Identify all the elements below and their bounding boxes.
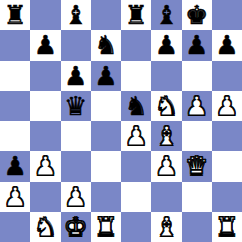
square-e4[interactable]: ♟: [121, 121, 151, 151]
square-b1[interactable]: ♞: [30, 212, 60, 242]
square-h4[interactable]: [212, 121, 242, 151]
white-knight[interactable]: ♞: [155, 91, 178, 121]
square-g4[interactable]: [182, 121, 212, 151]
square-g2[interactable]: [182, 182, 212, 212]
square-a5[interactable]: [0, 91, 30, 121]
white-pawn[interactable]: ♟: [185, 91, 208, 121]
white-bishop[interactable]: ♝: [155, 212, 178, 242]
square-d6[interactable]: ♟: [91, 61, 121, 91]
square-e6[interactable]: [121, 61, 151, 91]
square-g5[interactable]: ♟: [182, 91, 212, 121]
square-b7[interactable]: ♟: [30, 30, 60, 60]
square-e7[interactable]: [121, 30, 151, 60]
square-d3[interactable]: [91, 151, 121, 181]
square-d5[interactable]: [91, 91, 121, 121]
black-pawn[interactable]: ♟: [34, 30, 57, 60]
chess-board: ♜♝♜♝♚♟♞♟♟♟♟♟♛♞♞♟♟♟♝♟♟♟♛♟♟♞♚♜♝♜: [0, 0, 242, 242]
white-pawn[interactable]: ♟: [155, 151, 178, 181]
square-d7[interactable]: ♞: [91, 30, 121, 60]
square-h7[interactable]: ♟: [212, 30, 242, 60]
white-knight[interactable]: ♞: [34, 212, 57, 242]
black-pawn[interactable]: ♟: [185, 30, 208, 60]
black-queen[interactable]: ♛: [64, 91, 87, 121]
square-d2[interactable]: [91, 182, 121, 212]
square-e8[interactable]: ♜: [121, 0, 151, 30]
square-e5[interactable]: ♞: [121, 91, 151, 121]
square-f1[interactable]: ♝: [151, 212, 181, 242]
square-a2[interactable]: ♟: [0, 182, 30, 212]
square-g6[interactable]: [182, 61, 212, 91]
square-f2[interactable]: [151, 182, 181, 212]
square-a3[interactable]: ♟: [0, 151, 30, 181]
square-d4[interactable]: [91, 121, 121, 151]
black-rook[interactable]: ♜: [124, 0, 147, 30]
white-pawn[interactable]: ♟: [34, 151, 57, 181]
square-h3[interactable]: [212, 151, 242, 181]
square-d1[interactable]: ♜: [91, 212, 121, 242]
square-h5[interactable]: ♟: [212, 91, 242, 121]
square-g7[interactable]: ♟: [182, 30, 212, 60]
square-c6[interactable]: ♟: [61, 61, 91, 91]
square-a8[interactable]: ♜: [0, 0, 30, 30]
black-pawn[interactable]: ♟: [94, 61, 117, 91]
white-pawn[interactable]: ♟: [215, 91, 238, 121]
black-pawn[interactable]: ♟: [155, 30, 178, 60]
square-f3[interactable]: ♟: [151, 151, 181, 181]
black-rook[interactable]: ♜: [3, 0, 26, 30]
square-b4[interactable]: [30, 121, 60, 151]
square-a1[interactable]: [0, 212, 30, 242]
black-knight[interactable]: ♞: [124, 91, 147, 121]
square-b3[interactable]: ♟: [30, 151, 60, 181]
square-a7[interactable]: [0, 30, 30, 60]
square-c4[interactable]: [61, 121, 91, 151]
square-f4[interactable]: ♝: [151, 121, 181, 151]
black-pawn[interactable]: ♟: [3, 151, 26, 181]
square-e3[interactable]: [121, 151, 151, 181]
square-b5[interactable]: [30, 91, 60, 121]
square-c8[interactable]: ♝: [61, 0, 91, 30]
white-queen[interactable]: ♛: [185, 151, 208, 181]
square-e2[interactable]: [121, 182, 151, 212]
white-pawn[interactable]: ♟: [64, 182, 87, 212]
square-g3[interactable]: ♛: [182, 151, 212, 181]
black-pawn[interactable]: ♟: [215, 30, 238, 60]
square-f7[interactable]: ♟: [151, 30, 181, 60]
square-g8[interactable]: ♚: [182, 0, 212, 30]
square-h1[interactable]: ♜: [212, 212, 242, 242]
white-bishop[interactable]: ♝: [155, 121, 178, 151]
square-c3[interactable]: [61, 151, 91, 181]
white-pawn[interactable]: ♟: [124, 121, 147, 151]
square-a4[interactable]: [0, 121, 30, 151]
square-f5[interactable]: ♞: [151, 91, 181, 121]
square-h8[interactable]: [212, 0, 242, 30]
square-f8[interactable]: ♝: [151, 0, 181, 30]
white-rook[interactable]: ♜: [215, 212, 238, 242]
square-c5[interactable]: ♛: [61, 91, 91, 121]
white-pawn[interactable]: ♟: [3, 182, 26, 212]
black-bishop[interactable]: ♝: [155, 0, 178, 30]
black-pawn[interactable]: ♟: [64, 61, 87, 91]
square-c1[interactable]: ♚: [61, 212, 91, 242]
square-b6[interactable]: [30, 61, 60, 91]
square-c2[interactable]: ♟: [61, 182, 91, 212]
square-h2[interactable]: [212, 182, 242, 212]
square-h6[interactable]: [212, 61, 242, 91]
black-knight[interactable]: ♞: [94, 30, 117, 60]
black-bishop[interactable]: ♝: [64, 0, 87, 30]
square-d8[interactable]: [91, 0, 121, 30]
white-king[interactable]: ♚: [64, 212, 87, 242]
white-rook[interactable]: ♜: [94, 212, 117, 242]
square-f6[interactable]: [151, 61, 181, 91]
square-e1[interactable]: [121, 212, 151, 242]
square-g1[interactable]: [182, 212, 212, 242]
square-b2[interactable]: [30, 182, 60, 212]
black-king[interactable]: ♚: [185, 0, 208, 30]
square-b8[interactable]: [30, 0, 60, 30]
square-c7[interactable]: [61, 30, 91, 60]
square-a6[interactable]: [0, 61, 30, 91]
